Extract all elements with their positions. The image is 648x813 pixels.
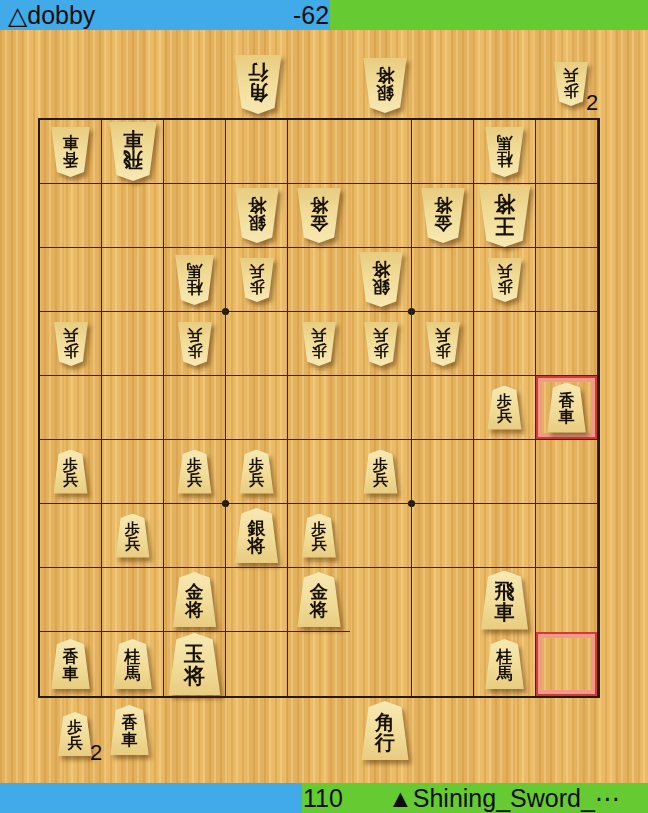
piece-face: 銀 将 — [234, 508, 280, 563]
sente-clock-panel — [0, 783, 302, 813]
piece-gote-knight[interactable]: 桂 馬 — [484, 127, 525, 177]
sente-hand-slot: 歩 兵 — [57, 712, 93, 756]
piece-kanji: 桂 馬 — [497, 646, 513, 682]
piece-gote-pawn[interactable]: 歩 兵 — [487, 258, 523, 302]
gote-hand-slot: 歩 兵 — [553, 62, 589, 106]
piece-sente-gold[interactable]: 金 将 — [296, 572, 342, 627]
square-7f[interactable]: 歩 兵 — [164, 440, 226, 504]
square-7i[interactable]: 玉 将 — [164, 632, 226, 696]
square-5e[interactable] — [288, 376, 350, 440]
square-3h[interactable] — [412, 568, 474, 632]
piece-sente-lance[interactable]: 香 車 — [50, 639, 91, 689]
piece-kanji: 香 車 — [63, 646, 79, 682]
square-8i[interactable]: 桂 馬 — [102, 632, 164, 696]
piece-kanji: 歩 兵 — [497, 391, 512, 425]
square-4g[interactable] — [350, 504, 412, 568]
piece-sente-knight[interactable]: 桂 馬 — [112, 639, 153, 689]
piece-sente-gold[interactable]: 金 将 — [172, 572, 218, 627]
piece-gote-rook[interactable]: 飛 車 — [108, 122, 158, 181]
piece-face: 歩 兵 — [301, 514, 337, 558]
square-9i[interactable]: 香 車 — [40, 632, 102, 696]
piece-face: 歩 兵 — [239, 450, 275, 494]
gote-score: -62 — [293, 0, 329, 30]
square-5c[interactable] — [288, 248, 350, 312]
piece-face: 香 車 — [546, 383, 587, 433]
square-1e[interactable]: 香 車 — [536, 376, 598, 440]
square-4d[interactable]: 歩 兵 — [350, 312, 412, 376]
piece-face: 歩 兵 — [301, 322, 337, 366]
piece-kanji: 桂 馬 — [125, 646, 141, 682]
piece-face: 歩 兵 — [177, 450, 213, 494]
piece-face: 飛 車 — [480, 571, 530, 630]
piece-gote-silver[interactable]: 銀 将 — [234, 188, 280, 243]
piece-sente-bishop[interactable]: 角 行 — [360, 701, 410, 760]
piece-face: 香 車 — [109, 705, 150, 755]
square-4a[interactable] — [350, 120, 412, 184]
square-1g[interactable] — [536, 504, 598, 568]
square-7c[interactable]: 桂 馬 — [164, 248, 226, 312]
piece-face: 銀 将 — [362, 58, 408, 113]
piece-gote-pawn[interactable]: 歩 兵 — [363, 322, 399, 366]
gote-player-name: △dobby — [8, 0, 95, 30]
piece-face: 香 車 — [50, 127, 91, 177]
piece-gote-pawn[interactable]: 歩 兵 — [553, 62, 589, 106]
shogi-board: 香 車飛 車桂 馬銀 将金 将金 将王 将桂 馬歩 兵銀 将歩 兵歩 兵歩 兵歩… — [38, 118, 600, 698]
piece-kanji: 歩 兵 — [187, 327, 202, 361]
piece-sente-pawn[interactable]: 歩 兵 — [177, 450, 213, 494]
piece-kanji: 香 車 — [63, 134, 79, 170]
piece-sente-knight[interactable]: 桂 馬 — [484, 639, 525, 689]
piece-kanji: 金 将 — [434, 196, 452, 236]
piece-kanji: 歩 兵 — [249, 455, 264, 489]
piece-face: 歩 兵 — [487, 386, 523, 430]
square-8b[interactable] — [102, 184, 164, 248]
gote-score-panel — [330, 0, 648, 30]
piece-face: 金 将 — [296, 188, 342, 243]
piece-gote-silver[interactable]: 銀 将 — [358, 252, 404, 307]
square-1d[interactable] — [536, 312, 598, 376]
square-1b[interactable] — [536, 184, 598, 248]
square-2g[interactable] — [474, 504, 536, 568]
square-3d[interactable]: 歩 兵 — [412, 312, 474, 376]
square-6c[interactable]: 歩 兵 — [226, 248, 288, 312]
square-4e[interactable] — [350, 376, 412, 440]
piece-face: 角 行 — [360, 701, 410, 760]
piece-face: 歩 兵 — [57, 712, 93, 756]
piece-kanji: 角 行 — [375, 709, 395, 753]
square-1f[interactable] — [536, 440, 598, 504]
piece-face: 銀 将 — [234, 188, 280, 243]
piece-gote-pawn[interactable]: 歩 兵 — [301, 322, 337, 366]
square-7a[interactable] — [164, 120, 226, 184]
piece-face: 歩 兵 — [239, 258, 275, 302]
square-1h[interactable] — [536, 568, 598, 632]
square-5i[interactable] — [288, 632, 350, 696]
piece-kanji: 歩 兵 — [312, 327, 327, 361]
square-6a[interactable] — [226, 120, 288, 184]
piece-kanji: 歩 兵 — [373, 455, 388, 489]
piece-kanji: 歩 兵 — [187, 455, 202, 489]
piece-kanji: 歩 兵 — [125, 519, 140, 553]
square-8g[interactable]: 歩 兵 — [102, 504, 164, 568]
square-6i[interactable] — [226, 632, 288, 696]
square-8a[interactable]: 飛 車 — [102, 120, 164, 184]
square-9c[interactable] — [40, 248, 102, 312]
square-6e[interactable] — [226, 376, 288, 440]
piece-gote-pawn[interactable]: 歩 兵 — [177, 322, 213, 366]
piece-kanji: 玉 将 — [184, 641, 205, 687]
piece-face: 歩 兵 — [53, 450, 89, 494]
square-5g[interactable]: 歩 兵 — [288, 504, 350, 568]
sente-player-name: ▲Shining_Sword_⋯ — [388, 783, 620, 813]
piece-kanji: 歩 兵 — [564, 67, 579, 101]
piece-kanji: 歩 兵 — [63, 455, 78, 489]
square-7h[interactable]: 金 将 — [164, 568, 226, 632]
piece-sente-lance[interactable]: 香 車 — [546, 383, 587, 433]
square-9d[interactable]: 歩 兵 — [40, 312, 102, 376]
square-2d[interactable] — [474, 312, 536, 376]
piece-face: 角 行 — [233, 55, 283, 114]
piece-face: 歩 兵 — [487, 258, 523, 302]
square-6f[interactable]: 歩 兵 — [226, 440, 288, 504]
square-3b[interactable]: 金 将 — [412, 184, 474, 248]
piece-kanji: 桂 馬 — [497, 134, 513, 170]
square-9f[interactable]: 歩 兵 — [40, 440, 102, 504]
piece-kanji: 角 行 — [248, 63, 268, 107]
square-6b[interactable]: 銀 将 — [226, 184, 288, 248]
piece-kanji: 歩 兵 — [497, 263, 512, 297]
square-7b[interactable] — [164, 184, 226, 248]
piece-kanji: 金 将 — [186, 580, 204, 620]
piece-gote-knight[interactable]: 桂 馬 — [174, 255, 215, 305]
piece-gote-king[interactable]: 王 将 — [477, 185, 532, 247]
piece-kanji: 香 車 — [122, 712, 138, 748]
piece-kanji: 香 車 — [559, 390, 575, 426]
square-4f[interactable]: 歩 兵 — [350, 440, 412, 504]
square-5f[interactable] — [288, 440, 350, 504]
piece-face: 王 将 — [477, 185, 532, 247]
piece-gote-silver[interactable]: 銀 将 — [362, 58, 408, 113]
piece-face: 飛 車 — [108, 122, 158, 181]
square-7e[interactable] — [164, 376, 226, 440]
piece-kanji: 銀 将 — [248, 196, 266, 236]
piece-gote-lance[interactable]: 香 車 — [50, 127, 91, 177]
square-6h[interactable] — [226, 568, 288, 632]
piece-sente-pawn[interactable]: 歩 兵 — [115, 514, 151, 558]
piece-sente-lance[interactable]: 香 車 — [109, 705, 150, 755]
square-9e[interactable] — [40, 376, 102, 440]
square-2c[interactable]: 歩 兵 — [474, 248, 536, 312]
square-3e[interactable] — [412, 376, 474, 440]
square-9g[interactable] — [40, 504, 102, 568]
piece-face: 歩 兵 — [363, 450, 399, 494]
square-5a[interactable] — [288, 120, 350, 184]
gote-hand-slot: 銀 将 — [362, 58, 408, 113]
square-4i[interactable] — [350, 632, 412, 696]
piece-sente-pawn[interactable]: 歩 兵 — [57, 712, 93, 756]
piece-face: 桂 馬 — [484, 639, 525, 689]
piece-face: 桂 馬 — [112, 639, 153, 689]
piece-kanji: 銀 将 — [376, 66, 394, 106]
square-3g[interactable] — [412, 504, 474, 568]
piece-kanji: 歩 兵 — [249, 263, 264, 297]
piece-gote-pawn[interactable]: 歩 兵 — [53, 322, 89, 366]
square-2e[interactable]: 歩 兵 — [474, 376, 536, 440]
piece-kanji: 金 将 — [310, 580, 328, 620]
square-5b[interactable]: 金 将 — [288, 184, 350, 248]
piece-kanji: 歩 兵 — [373, 327, 388, 361]
square-3a[interactable] — [412, 120, 474, 184]
piece-face: 歩 兵 — [115, 514, 151, 558]
square-8f[interactable] — [102, 440, 164, 504]
square-8e[interactable] — [102, 376, 164, 440]
piece-sente-pawn[interactable]: 歩 兵 — [301, 514, 337, 558]
piece-gote-pawn[interactable]: 歩 兵 — [425, 322, 461, 366]
square-2f[interactable] — [474, 440, 536, 504]
piece-kanji: 銀 将 — [372, 260, 390, 300]
piece-gote-gold[interactable]: 金 将 — [420, 188, 466, 243]
piece-sente-pawn[interactable]: 歩 兵 — [53, 450, 89, 494]
square-1a[interactable] — [536, 120, 598, 184]
square-9h[interactable] — [40, 568, 102, 632]
piece-kanji: 歩 兵 — [63, 327, 78, 361]
piece-face: 香 車 — [50, 639, 91, 689]
piece-kanji: 金 将 — [310, 196, 328, 236]
square-8d[interactable] — [102, 312, 164, 376]
square-2i[interactable]: 桂 馬 — [474, 632, 536, 696]
square-3c[interactable] — [412, 248, 474, 312]
gote-hand-count: 2 — [586, 90, 598, 116]
piece-kanji: 歩 兵 — [68, 717, 83, 751]
piece-kanji: 飛 車 — [495, 578, 515, 622]
sente-hand-count: 2 — [90, 740, 102, 766]
sente-hand-slot: 香 車 — [109, 705, 150, 755]
gote-hand-slot: 角 行 — [233, 55, 283, 114]
square-9a[interactable]: 香 車 — [40, 120, 102, 184]
piece-kanji: 歩 兵 — [312, 519, 327, 553]
piece-face: 金 将 — [296, 572, 342, 627]
square-9b[interactable] — [40, 184, 102, 248]
square-5h[interactable]: 金 将 — [288, 568, 350, 632]
piece-sente-silver[interactable]: 銀 将 — [234, 508, 280, 563]
square-8h[interactable] — [102, 568, 164, 632]
piece-sente-rook[interactable]: 飛 車 — [480, 571, 530, 630]
square-4c[interactable]: 銀 将 — [350, 248, 412, 312]
piece-face: 歩 兵 — [53, 322, 89, 366]
piece-kanji: 銀 将 — [248, 516, 266, 556]
square-7d[interactable]: 歩 兵 — [164, 312, 226, 376]
square-2b[interactable]: 王 将 — [474, 184, 536, 248]
square-8c[interactable] — [102, 248, 164, 312]
piece-face: 桂 馬 — [174, 255, 215, 305]
piece-face: 玉 将 — [167, 633, 222, 695]
square-2a[interactable]: 桂 馬 — [474, 120, 536, 184]
piece-face: 桂 馬 — [484, 127, 525, 177]
square-3f[interactable] — [412, 440, 474, 504]
piece-face: 銀 将 — [358, 252, 404, 307]
square-5d[interactable]: 歩 兵 — [288, 312, 350, 376]
square-6d[interactable] — [226, 312, 288, 376]
square-4h[interactable] — [350, 568, 412, 632]
piece-sente-pawn[interactable]: 歩 兵 — [487, 386, 523, 430]
piece-sente-pawn[interactable]: 歩 兵 — [239, 450, 275, 494]
square-4b[interactable] — [350, 184, 412, 248]
square-3i[interactable] — [412, 632, 474, 696]
sente-score: 110 — [303, 783, 343, 813]
piece-face: 歩 兵 — [363, 322, 399, 366]
square-1c[interactable] — [536, 248, 598, 312]
piece-face: 歩 兵 — [177, 322, 213, 366]
piece-face: 金 将 — [420, 188, 466, 243]
piece-face: 金 将 — [172, 572, 218, 627]
sente-hand-slot: 角 行 — [360, 701, 410, 760]
piece-gote-pawn[interactable]: 歩 兵 — [239, 258, 275, 302]
square-2h[interactable]: 飛 車 — [474, 568, 536, 632]
square-7g[interactable] — [164, 504, 226, 568]
piece-gote-gold[interactable]: 金 将 — [296, 188, 342, 243]
piece-sente-pawn[interactable]: 歩 兵 — [363, 450, 399, 494]
square-6g[interactable]: 銀 将 — [226, 504, 288, 568]
piece-kanji: 王 将 — [494, 193, 515, 239]
piece-face: 歩 兵 — [425, 322, 461, 366]
square-1i[interactable] — [536, 632, 598, 696]
piece-kanji: 歩 兵 — [435, 327, 450, 361]
piece-sente-king[interactable]: 玉 将 — [167, 633, 222, 695]
piece-face: 歩 兵 — [553, 62, 589, 106]
piece-kanji: 桂 馬 — [187, 262, 203, 298]
piece-kanji: 飛 車 — [123, 130, 143, 174]
piece-gote-bishop[interactable]: 角 行 — [233, 55, 283, 114]
